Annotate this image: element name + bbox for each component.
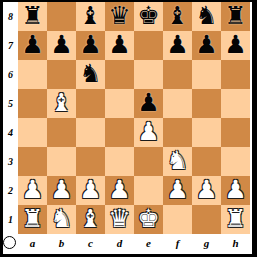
- square-h4[interactable]: [221, 118, 250, 147]
- square-g3[interactable]: [192, 147, 221, 176]
- square-g2[interactable]: ♟: [192, 176, 221, 205]
- file-label-g: g: [192, 237, 221, 252]
- piece-white-pawn: ♟: [224, 177, 246, 202]
- piece-black-bishop: ♝: [79, 3, 101, 28]
- piece-white-queen: ♛: [108, 206, 130, 231]
- rank-label-2: 2: [3, 176, 18, 205]
- piece-white-rook: ♜: [224, 206, 246, 231]
- file-label-b: b: [47, 237, 76, 252]
- square-c8[interactable]: ♝: [76, 2, 105, 31]
- piece-black-knight: ♞: [195, 3, 217, 28]
- piece-black-bishop: ♝: [166, 3, 188, 28]
- square-g8[interactable]: ♞: [192, 2, 221, 31]
- square-c5[interactable]: [76, 89, 105, 118]
- rank-label-3: 3: [3, 147, 18, 176]
- square-f7[interactable]: ♟: [163, 31, 192, 60]
- square-a6[interactable]: [18, 60, 47, 89]
- square-b8[interactable]: [47, 2, 76, 31]
- square-f6[interactable]: [163, 60, 192, 89]
- piece-black-queen: ♛: [108, 3, 130, 28]
- square-d7[interactable]: ♟: [105, 31, 134, 60]
- square-a2[interactable]: ♟: [18, 176, 47, 205]
- file-label-a: a: [18, 237, 47, 252]
- file-label-d: d: [105, 237, 134, 252]
- piece-white-pawn: ♟: [166, 177, 188, 202]
- square-h5[interactable]: [221, 89, 250, 118]
- square-g6[interactable]: [192, 60, 221, 89]
- rank-label-6: 6: [3, 60, 18, 89]
- square-b7[interactable]: ♟: [47, 31, 76, 60]
- file-coordinates: abcdefgh: [18, 237, 250, 252]
- square-f1[interactable]: [163, 205, 192, 234]
- piece-white-knight: ♞: [166, 148, 188, 173]
- square-f4[interactable]: [163, 118, 192, 147]
- square-h3[interactable]: [221, 147, 250, 176]
- rank-coordinates: 87654321: [3, 2, 18, 234]
- file-label-e: e: [134, 237, 163, 252]
- piece-white-king: ♚: [137, 206, 159, 231]
- piece-white-knight: ♞: [50, 206, 72, 231]
- piece-white-pawn: ♟: [50, 177, 72, 202]
- piece-black-rook: ♜: [21, 3, 43, 28]
- square-e1[interactable]: ♚: [134, 205, 163, 234]
- square-b2[interactable]: ♟: [47, 176, 76, 205]
- piece-black-pawn: ♟: [21, 32, 43, 57]
- square-g5[interactable]: [192, 89, 221, 118]
- chess-board: ♜♝♛♚♝♞♜♟♟♟♟♟♟♟♞♝♟♟♞♟♟♟♟♟♟♟♜♞♝♛♚♜: [18, 2, 250, 234]
- square-f8[interactable]: ♝: [163, 2, 192, 31]
- chess-board-diagram: 87654321 ♜♝♛♚♝♞♜♟♟♟♟♟♟♟♞♝♟♟♞♟♟♟♟♟♟♟♜♞♝♛♚…: [0, 0, 257, 257]
- square-a1[interactable]: ♜: [18, 205, 47, 234]
- square-c3[interactable]: [76, 147, 105, 176]
- file-label-c: c: [76, 237, 105, 252]
- piece-black-pawn: ♟: [79, 32, 101, 57]
- rank-label-1: 1: [3, 205, 18, 234]
- square-d2[interactable]: ♟: [105, 176, 134, 205]
- piece-white-pawn: ♟: [108, 177, 130, 202]
- piece-white-bishop: ♝: [79, 206, 101, 231]
- square-g1[interactable]: [192, 205, 221, 234]
- square-h1[interactable]: ♜: [221, 205, 250, 234]
- piece-white-pawn: ♟: [21, 177, 43, 202]
- square-a4[interactable]: [18, 118, 47, 147]
- square-h6[interactable]: [221, 60, 250, 89]
- square-d3[interactable]: [105, 147, 134, 176]
- rank-label-4: 4: [3, 118, 18, 147]
- piece-white-rook: ♜: [21, 206, 43, 231]
- square-a3[interactable]: [18, 147, 47, 176]
- square-e5[interactable]: ♟: [134, 89, 163, 118]
- piece-black-pawn: ♟: [50, 32, 72, 57]
- square-e7[interactable]: [134, 31, 163, 60]
- piece-black-pawn: ♟: [224, 32, 246, 57]
- square-b5[interactable]: ♝: [47, 89, 76, 118]
- square-d1[interactable]: ♛: [105, 205, 134, 234]
- piece-white-pawn: ♟: [137, 119, 159, 144]
- file-label-h: h: [221, 237, 250, 252]
- piece-black-pawn: ♟: [195, 32, 217, 57]
- piece-black-pawn: ♟: [108, 32, 130, 57]
- square-g4[interactable]: [192, 118, 221, 147]
- square-c7[interactable]: ♟: [76, 31, 105, 60]
- square-a7[interactable]: ♟: [18, 31, 47, 60]
- square-a8[interactable]: ♜: [18, 2, 47, 31]
- square-e3[interactable]: [134, 147, 163, 176]
- rank-label-8: 8: [3, 2, 18, 31]
- square-e4[interactable]: ♟: [134, 118, 163, 147]
- piece-white-pawn: ♟: [195, 177, 217, 202]
- square-c4[interactable]: [76, 118, 105, 147]
- square-e6[interactable]: [134, 60, 163, 89]
- square-h7[interactable]: ♟: [221, 31, 250, 60]
- square-h8[interactable]: ♜: [221, 2, 250, 31]
- piece-black-pawn: ♟: [137, 90, 159, 115]
- file-label-f: f: [163, 237, 192, 252]
- square-c6[interactable]: ♞: [76, 60, 105, 89]
- piece-black-king: ♚: [137, 3, 159, 28]
- square-d6[interactable]: [105, 60, 134, 89]
- square-h2[interactable]: ♟: [221, 176, 250, 205]
- square-c1[interactable]: ♝: [76, 205, 105, 234]
- piece-black-knight: ♞: [79, 61, 101, 86]
- square-f5[interactable]: [163, 89, 192, 118]
- piece-black-rook: ♜: [224, 3, 246, 28]
- square-b6[interactable]: [47, 60, 76, 89]
- square-d5[interactable]: [105, 89, 134, 118]
- piece-white-pawn: ♟: [79, 177, 101, 202]
- rank-label-7: 7: [3, 31, 18, 60]
- square-e8[interactable]: ♚: [134, 2, 163, 31]
- piece-black-pawn: ♟: [166, 32, 188, 57]
- square-d8[interactable]: ♛: [105, 2, 134, 31]
- white-to-move-indicator-icon: [3, 236, 16, 249]
- square-f3[interactable]: ♞: [163, 147, 192, 176]
- square-a5[interactable]: [18, 89, 47, 118]
- square-e2[interactable]: [134, 176, 163, 205]
- square-f2[interactable]: ♟: [163, 176, 192, 205]
- square-c2[interactable]: ♟: [76, 176, 105, 205]
- piece-white-bishop: ♝: [50, 90, 72, 115]
- rank-label-5: 5: [3, 89, 18, 118]
- square-b4[interactable]: [47, 118, 76, 147]
- square-g7[interactable]: ♟: [192, 31, 221, 60]
- square-d4[interactable]: [105, 118, 134, 147]
- square-b1[interactable]: ♞: [47, 205, 76, 234]
- square-b3[interactable]: [47, 147, 76, 176]
